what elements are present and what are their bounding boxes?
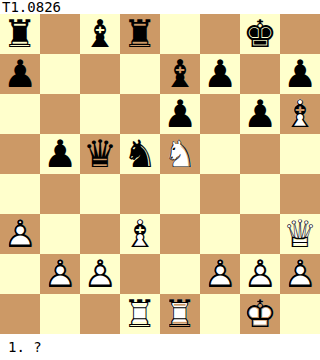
- piece-white-rook[interactable]: ♖: [120, 294, 160, 334]
- square-g2[interactable]: ♟♙: [240, 254, 280, 294]
- piece-black-queen[interactable]: ♛: [80, 134, 120, 174]
- piece-black-pawn[interactable]: ♟: [200, 54, 240, 94]
- piece-black-pawn[interactable]: ♟: [40, 134, 80, 174]
- square-d5[interactable]: ♞: [120, 134, 160, 174]
- square-f3[interactable]: [200, 214, 240, 254]
- square-c6[interactable]: [80, 94, 120, 134]
- square-d4[interactable]: [120, 174, 160, 214]
- square-g5[interactable]: [240, 134, 280, 174]
- piece-white-bishop[interactable]: ♗: [280, 94, 320, 134]
- square-c1[interactable]: [80, 294, 120, 334]
- piece-white-rook[interactable]: ♖: [160, 294, 200, 334]
- square-f1[interactable]: [200, 294, 240, 334]
- square-e5[interactable]: ♞♘: [160, 134, 200, 174]
- square-c2[interactable]: ♟♙: [80, 254, 120, 294]
- square-f5[interactable]: [200, 134, 240, 174]
- square-a1[interactable]: [0, 294, 40, 334]
- square-d7[interactable]: [120, 54, 160, 94]
- square-e8[interactable]: [160, 14, 200, 54]
- square-f4[interactable]: [200, 174, 240, 214]
- piece-white-pawn[interactable]: ♙: [40, 254, 80, 294]
- square-d3[interactable]: ♝♗: [120, 214, 160, 254]
- piece-black-pawn[interactable]: ♟: [280, 54, 320, 94]
- piece-black-pawn[interactable]: ♟: [240, 94, 280, 134]
- square-c3[interactable]: [80, 214, 120, 254]
- piece-white-queen[interactable]: ♕: [280, 214, 320, 254]
- piece-black-bishop[interactable]: ♝: [160, 54, 200, 94]
- square-h8[interactable]: [280, 14, 320, 54]
- square-c4[interactable]: [80, 174, 120, 214]
- square-b7[interactable]: [40, 54, 80, 94]
- square-h4[interactable]: [280, 174, 320, 214]
- piece-white-pawn[interactable]: ♙: [80, 254, 120, 294]
- square-g8[interactable]: ♚: [240, 14, 280, 54]
- square-b4[interactable]: [40, 174, 80, 214]
- square-g3[interactable]: [240, 214, 280, 254]
- square-b8[interactable]: [40, 14, 80, 54]
- piece-black-rook[interactable]: ♜: [0, 14, 40, 54]
- square-d2[interactable]: [120, 254, 160, 294]
- square-h1[interactable]: [280, 294, 320, 334]
- square-f7[interactable]: ♟: [200, 54, 240, 94]
- piece-white-knight[interactable]: ♘: [160, 134, 200, 174]
- square-c8[interactable]: ♝: [80, 14, 120, 54]
- square-f8[interactable]: [200, 14, 240, 54]
- square-b2[interactable]: ♟♙: [40, 254, 80, 294]
- square-h6[interactable]: ♝♗: [280, 94, 320, 134]
- square-h3[interactable]: ♛♕: [280, 214, 320, 254]
- piece-black-knight[interactable]: ♞: [120, 134, 160, 174]
- square-f2[interactable]: ♟♙: [200, 254, 240, 294]
- piece-black-rook[interactable]: ♜: [120, 14, 160, 54]
- piece-white-pawn[interactable]: ♙: [0, 214, 40, 254]
- square-c7[interactable]: [80, 54, 120, 94]
- square-a8[interactable]: ♜: [0, 14, 40, 54]
- square-a4[interactable]: [0, 174, 40, 214]
- piece-black-king[interactable]: ♚: [240, 14, 280, 54]
- piece-black-pawn[interactable]: ♟: [0, 54, 40, 94]
- square-a2[interactable]: [0, 254, 40, 294]
- square-b3[interactable]: [40, 214, 80, 254]
- square-g4[interactable]: [240, 174, 280, 214]
- square-a7[interactable]: ♟: [0, 54, 40, 94]
- square-b6[interactable]: [40, 94, 80, 134]
- piece-black-bishop[interactable]: ♝: [80, 14, 120, 54]
- square-h7[interactable]: ♟: [280, 54, 320, 94]
- move-prompt-label: 1. ?: [0, 334, 320, 354]
- square-e3[interactable]: [160, 214, 200, 254]
- square-d8[interactable]: ♜: [120, 14, 160, 54]
- square-g1[interactable]: ♚♔: [240, 294, 280, 334]
- square-g7[interactable]: [240, 54, 280, 94]
- piece-white-king[interactable]: ♔: [240, 294, 280, 334]
- piece-white-pawn[interactable]: ♙: [200, 254, 240, 294]
- square-d1[interactable]: ♜♖: [120, 294, 160, 334]
- square-a6[interactable]: [0, 94, 40, 134]
- square-g6[interactable]: ♟: [240, 94, 280, 134]
- square-e7[interactable]: ♝: [160, 54, 200, 94]
- square-e6[interactable]: ♟: [160, 94, 200, 134]
- square-e4[interactable]: [160, 174, 200, 214]
- square-b5[interactable]: ♟: [40, 134, 80, 174]
- piece-white-bishop[interactable]: ♗: [120, 214, 160, 254]
- piece-white-pawn[interactable]: ♙: [280, 254, 320, 294]
- square-e2[interactable]: [160, 254, 200, 294]
- piece-white-pawn[interactable]: ♙: [240, 254, 280, 294]
- square-c5[interactable]: ♛: [80, 134, 120, 174]
- square-h5[interactable]: [280, 134, 320, 174]
- square-e1[interactable]: ♜♖: [160, 294, 200, 334]
- square-b1[interactable]: [40, 294, 80, 334]
- square-f6[interactable]: [200, 94, 240, 134]
- square-d6[interactable]: [120, 94, 160, 134]
- piece-black-pawn[interactable]: ♟: [160, 94, 200, 134]
- square-a3[interactable]: ♟♙: [0, 214, 40, 254]
- square-h2[interactable]: ♟♙: [280, 254, 320, 294]
- chess-board: ♜♝♜♚♟♝♟♟♟♟♝♗♟♛♞♞♘♟♙♝♗♛♕♟♙♟♙♟♙♟♙♟♙♜♖♜♖♚♔: [0, 14, 320, 334]
- square-a5[interactable]: [0, 134, 40, 174]
